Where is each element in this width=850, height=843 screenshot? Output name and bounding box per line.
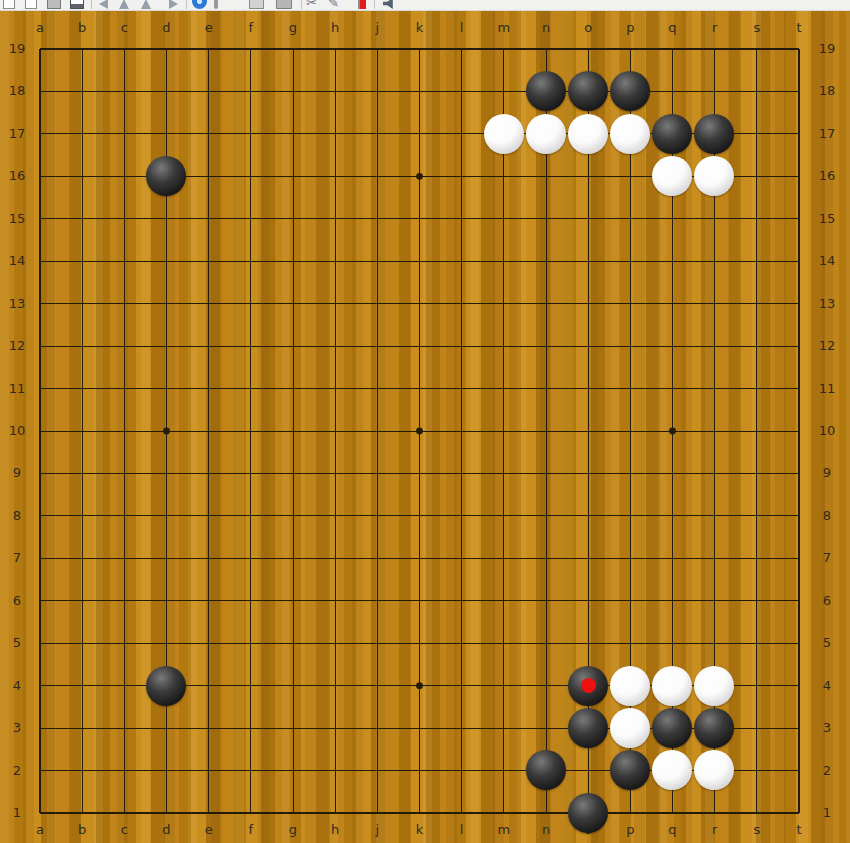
intersection-r5[interactable] [693, 622, 735, 664]
intersection-k6[interactable] [398, 579, 440, 621]
intersection-f11[interactable] [230, 367, 272, 409]
intersection-e11[interactable] [188, 367, 230, 409]
intersection-p9[interactable] [609, 452, 651, 494]
intersection-p7[interactable] [609, 537, 651, 579]
intersection-o7[interactable] [567, 537, 609, 579]
sound-speaker-icon[interactable] [383, 0, 397, 9]
intersection-s3[interactable] [736, 707, 778, 749]
intersection-s10[interactable] [736, 410, 778, 452]
intersection-o16[interactable] [567, 155, 609, 197]
intersection-t16[interactable] [778, 155, 820, 197]
intersection-j2[interactable] [356, 749, 398, 791]
intersection-n18[interactable] [525, 70, 567, 112]
intersection-q6[interactable] [651, 579, 693, 621]
intersection-k16[interactable] [398, 155, 440, 197]
intersection-t4[interactable] [778, 664, 820, 706]
intersection-t11[interactable] [778, 367, 820, 409]
intersection-k9[interactable] [398, 452, 440, 494]
intersection-f8[interactable] [230, 495, 272, 537]
intersection-h14[interactable] [314, 240, 356, 282]
intersection-d10[interactable] [145, 410, 187, 452]
intersection-j15[interactable] [356, 198, 398, 240]
intersection-g3[interactable] [272, 707, 314, 749]
intersection-o11[interactable] [567, 367, 609, 409]
intersection-p6[interactable] [609, 579, 651, 621]
intersection-k18[interactable] [398, 70, 440, 112]
intersection-s1[interactable] [736, 792, 778, 834]
intersection-f6[interactable] [230, 579, 272, 621]
intersection-s9[interactable] [736, 452, 778, 494]
intersection-q13[interactable] [651, 282, 693, 324]
intersection-t10[interactable] [778, 410, 820, 452]
intersection-t2[interactable] [778, 749, 820, 791]
intersection-c15[interactable] [103, 198, 145, 240]
intersection-c7[interactable] [103, 537, 145, 579]
intersection-l3[interactable] [440, 707, 482, 749]
intersection-o8[interactable] [567, 495, 609, 537]
intersection-e13[interactable] [188, 282, 230, 324]
intersection-l8[interactable] [440, 495, 482, 537]
intersection-m18[interactable] [483, 70, 525, 112]
intersection-j4[interactable] [356, 664, 398, 706]
intersection-c12[interactable] [103, 325, 145, 367]
intersection-j18[interactable] [356, 70, 398, 112]
print-icon[interactable] [276, 0, 292, 9]
intersection-d6[interactable] [145, 579, 187, 621]
intersection-f10[interactable] [230, 410, 272, 452]
intersection-e17[interactable] [188, 113, 230, 155]
intersection-d13[interactable] [145, 282, 187, 324]
intersection-e5[interactable] [188, 622, 230, 664]
intersection-n11[interactable] [525, 367, 567, 409]
intersection-n7[interactable] [525, 537, 567, 579]
intersection-d19[interactable] [145, 28, 187, 70]
intersection-g17[interactable] [272, 113, 314, 155]
intersection-m19[interactable] [483, 28, 525, 70]
intersection-r12[interactable] [693, 325, 735, 367]
intersection-g19[interactable] [272, 28, 314, 70]
intersection-q18[interactable] [651, 70, 693, 112]
intersection-o17[interactable] [567, 113, 609, 155]
intersection-d3[interactable] [145, 707, 187, 749]
intersection-j14[interactable] [356, 240, 398, 282]
intersection-r9[interactable] [693, 452, 735, 494]
intersection-p13[interactable] [609, 282, 651, 324]
intersection-n19[interactable] [525, 28, 567, 70]
intersection-h2[interactable] [314, 749, 356, 791]
intersection-m2[interactable] [483, 749, 525, 791]
intersection-n3[interactable] [525, 707, 567, 749]
intersection-m7[interactable] [483, 537, 525, 579]
intersection-t18[interactable] [778, 70, 820, 112]
intersection-q19[interactable] [651, 28, 693, 70]
intersection-f17[interactable] [230, 113, 272, 155]
intersection-j3[interactable] [356, 707, 398, 749]
intersection-g16[interactable] [272, 155, 314, 197]
intersection-d5[interactable] [145, 622, 187, 664]
intersection-d14[interactable] [145, 240, 187, 282]
intersection-n2[interactable] [525, 749, 567, 791]
intersection-j1[interactable] [356, 792, 398, 834]
intersection-a6[interactable] [19, 579, 61, 621]
intersection-m3[interactable] [483, 707, 525, 749]
intersection-l15[interactable] [440, 198, 482, 240]
intersection-t8[interactable] [778, 495, 820, 537]
intersection-t19[interactable] [778, 28, 820, 70]
intersection-t14[interactable] [778, 240, 820, 282]
intersection-k19[interactable] [398, 28, 440, 70]
intersection-c18[interactable] [103, 70, 145, 112]
intersection-g14[interactable] [272, 240, 314, 282]
intersection-c5[interactable] [103, 622, 145, 664]
intersection-s16[interactable] [736, 155, 778, 197]
intersection-h5[interactable] [314, 622, 356, 664]
intersection-c4[interactable] [103, 664, 145, 706]
intersection-c9[interactable] [103, 452, 145, 494]
intersection-a11[interactable] [19, 367, 61, 409]
intersection-g5[interactable] [272, 622, 314, 664]
intersection-m4[interactable] [483, 664, 525, 706]
undo-icon[interactable] [99, 0, 108, 9]
intersection-q1[interactable] [651, 792, 693, 834]
board-panel-icon[interactable] [249, 0, 264, 9]
intersection-c11[interactable] [103, 367, 145, 409]
intersection-k7[interactable] [398, 537, 440, 579]
intersection-m1[interactable] [483, 792, 525, 834]
intersection-g1[interactable] [272, 792, 314, 834]
edit-pencil-icon[interactable]: ✎ [328, 0, 339, 9]
intersection-k12[interactable] [398, 325, 440, 367]
intersection-g7[interactable] [272, 537, 314, 579]
intersection-e6[interactable] [188, 579, 230, 621]
intersection-l6[interactable] [440, 579, 482, 621]
intersection-o10[interactable] [567, 410, 609, 452]
intersection-q14[interactable] [651, 240, 693, 282]
intersection-g18[interactable] [272, 70, 314, 112]
intersection-o6[interactable] [567, 579, 609, 621]
save-icon[interactable] [70, 0, 84, 9]
red-flag-icon[interactable] [358, 0, 366, 9]
intersection-b6[interactable] [61, 579, 103, 621]
intersection-a5[interactable] [19, 622, 61, 664]
intersection-d1[interactable] [145, 792, 187, 834]
intersection-b15[interactable] [61, 198, 103, 240]
intersection-l1[interactable] [440, 792, 482, 834]
intersection-o15[interactable] [567, 198, 609, 240]
intersection-f16[interactable] [230, 155, 272, 197]
intersection-b14[interactable] [61, 240, 103, 282]
intersection-a14[interactable] [19, 240, 61, 282]
intersection-r7[interactable] [693, 537, 735, 579]
intersection-s11[interactable] [736, 367, 778, 409]
intersection-q11[interactable] [651, 367, 693, 409]
intersection-f5[interactable] [230, 622, 272, 664]
intersection-n13[interactable] [525, 282, 567, 324]
intersection-c17[interactable] [103, 113, 145, 155]
intersection-l13[interactable] [440, 282, 482, 324]
intersection-r19[interactable] [693, 28, 735, 70]
new-file-icon[interactable] [3, 0, 15, 9]
intersection-f3[interactable] [230, 707, 272, 749]
intersection-h1[interactable] [314, 792, 356, 834]
intersection-k4[interactable] [398, 664, 440, 706]
intersection-f19[interactable] [230, 28, 272, 70]
intersection-h7[interactable] [314, 537, 356, 579]
intersection-n14[interactable] [525, 240, 567, 282]
intersection-h4[interactable] [314, 664, 356, 706]
intersection-p1[interactable] [609, 792, 651, 834]
intersection-b12[interactable] [61, 325, 103, 367]
intersection-h10[interactable] [314, 410, 356, 452]
intersection-o4[interactable] [567, 664, 609, 706]
intersection-p12[interactable] [609, 325, 651, 367]
intersection-q16[interactable] [651, 155, 693, 197]
intersection-s14[interactable] [736, 240, 778, 282]
intersection-d2[interactable] [145, 749, 187, 791]
intersection-b3[interactable] [61, 707, 103, 749]
intersection-m13[interactable] [483, 282, 525, 324]
intersection-d15[interactable] [145, 198, 187, 240]
intersection-r8[interactable] [693, 495, 735, 537]
intersection-o5[interactable] [567, 622, 609, 664]
intersection-r6[interactable] [693, 579, 735, 621]
intersection-t3[interactable] [778, 707, 820, 749]
intersection-o13[interactable] [567, 282, 609, 324]
intersection-o3[interactable] [567, 707, 609, 749]
intersection-a4[interactable] [19, 664, 61, 706]
intersection-k2[interactable] [398, 749, 440, 791]
intersection-o18[interactable] [567, 70, 609, 112]
intersection-f13[interactable] [230, 282, 272, 324]
intersection-e10[interactable] [188, 410, 230, 452]
intersection-j5[interactable] [356, 622, 398, 664]
intersection-c6[interactable] [103, 579, 145, 621]
intersection-d18[interactable] [145, 70, 187, 112]
intersection-d4[interactable] [145, 664, 187, 706]
intersection-e15[interactable] [188, 198, 230, 240]
intersection-e3[interactable] [188, 707, 230, 749]
intersection-h6[interactable] [314, 579, 356, 621]
back-arrow-icon[interactable] [119, 0, 129, 9]
intersection-j19[interactable] [356, 28, 398, 70]
intersection-a8[interactable] [19, 495, 61, 537]
intersection-p8[interactable] [609, 495, 651, 537]
intersection-k8[interactable] [398, 495, 440, 537]
intersection-o9[interactable] [567, 452, 609, 494]
intersection-a7[interactable] [19, 537, 61, 579]
intersection-q5[interactable] [651, 622, 693, 664]
intersection-e8[interactable] [188, 495, 230, 537]
intersection-e16[interactable] [188, 155, 230, 197]
intersection-q12[interactable] [651, 325, 693, 367]
intersection-o14[interactable] [567, 240, 609, 282]
intersection-f14[interactable] [230, 240, 272, 282]
intersection-a17[interactable] [19, 113, 61, 155]
intersection-r10[interactable] [693, 410, 735, 452]
intersection-g13[interactable] [272, 282, 314, 324]
intersection-r16[interactable] [693, 155, 735, 197]
intersection-n15[interactable] [525, 198, 567, 240]
intersection-k1[interactable] [398, 792, 440, 834]
intersection-m6[interactable] [483, 579, 525, 621]
intersection-c16[interactable] [103, 155, 145, 197]
intersection-b9[interactable] [61, 452, 103, 494]
intersection-s17[interactable] [736, 113, 778, 155]
intersection-p2[interactable] [609, 749, 651, 791]
intersection-d16[interactable] [145, 155, 187, 197]
intersection-e4[interactable] [188, 664, 230, 706]
intersection-g4[interactable] [272, 664, 314, 706]
intersection-d7[interactable] [145, 537, 187, 579]
intersection-b4[interactable] [61, 664, 103, 706]
intersection-m12[interactable] [483, 325, 525, 367]
intersection-c13[interactable] [103, 282, 145, 324]
intersection-h13[interactable] [314, 282, 356, 324]
intersection-m8[interactable] [483, 495, 525, 537]
intersection-a3[interactable] [19, 707, 61, 749]
intersection-c19[interactable] [103, 28, 145, 70]
intersection-r4[interactable] [693, 664, 735, 706]
intersection-a2[interactable] [19, 749, 61, 791]
intersection-n10[interactable] [525, 410, 567, 452]
intersection-f7[interactable] [230, 537, 272, 579]
intersection-n1[interactable] [525, 792, 567, 834]
intersection-s19[interactable] [736, 28, 778, 70]
intersection-r2[interactable] [693, 749, 735, 791]
intersection-s18[interactable] [736, 70, 778, 112]
pin-icon[interactable] [214, 0, 218, 9]
intersection-s2[interactable] [736, 749, 778, 791]
intersection-k14[interactable] [398, 240, 440, 282]
intersection-o2[interactable] [567, 749, 609, 791]
intersection-e19[interactable] [188, 28, 230, 70]
intersection-g12[interactable] [272, 325, 314, 367]
intersection-o1[interactable] [567, 792, 609, 834]
intersection-k11[interactable] [398, 367, 440, 409]
intersection-h3[interactable] [314, 707, 356, 749]
intersection-l4[interactable] [440, 664, 482, 706]
intersection-g11[interactable] [272, 367, 314, 409]
intersection-e2[interactable] [188, 749, 230, 791]
intersection-e1[interactable] [188, 792, 230, 834]
intersection-a15[interactable] [19, 198, 61, 240]
intersection-j10[interactable] [356, 410, 398, 452]
intersection-b19[interactable] [61, 28, 103, 70]
intersection-l5[interactable] [440, 622, 482, 664]
intersection-f12[interactable] [230, 325, 272, 367]
intersection-g15[interactable] [272, 198, 314, 240]
intersection-p18[interactable] [609, 70, 651, 112]
intersection-r17[interactable] [693, 113, 735, 155]
intersection-j6[interactable] [356, 579, 398, 621]
intersection-p14[interactable] [609, 240, 651, 282]
intersection-f18[interactable] [230, 70, 272, 112]
intersection-b2[interactable] [61, 749, 103, 791]
intersection-n4[interactable] [525, 664, 567, 706]
intersection-t15[interactable] [778, 198, 820, 240]
intersection-q15[interactable] [651, 198, 693, 240]
intersection-s6[interactable] [736, 579, 778, 621]
intersection-s7[interactable] [736, 537, 778, 579]
intersection-j17[interactable] [356, 113, 398, 155]
intersection-h9[interactable] [314, 452, 356, 494]
intersection-l10[interactable] [440, 410, 482, 452]
intersection-b7[interactable] [61, 537, 103, 579]
intersection-s4[interactable] [736, 664, 778, 706]
intersection-b17[interactable] [61, 113, 103, 155]
intersection-l12[interactable] [440, 325, 482, 367]
intersection-j12[interactable] [356, 325, 398, 367]
intersection-b11[interactable] [61, 367, 103, 409]
intersection-r14[interactable] [693, 240, 735, 282]
intersection-a10[interactable] [19, 410, 61, 452]
intersection-h19[interactable] [314, 28, 356, 70]
intersection-q3[interactable] [651, 707, 693, 749]
intersection-p16[interactable] [609, 155, 651, 197]
intersection-m11[interactable] [483, 367, 525, 409]
intersection-p11[interactable] [609, 367, 651, 409]
intersection-n16[interactable] [525, 155, 567, 197]
intersection-t12[interactable] [778, 325, 820, 367]
intersection-k10[interactable] [398, 410, 440, 452]
intersection-p5[interactable] [609, 622, 651, 664]
intersection-m9[interactable] [483, 452, 525, 494]
intersection-d17[interactable] [145, 113, 187, 155]
intersection-l19[interactable] [440, 28, 482, 70]
intersection-b10[interactable] [61, 410, 103, 452]
intersection-c14[interactable] [103, 240, 145, 282]
intersection-l2[interactable] [440, 749, 482, 791]
intersection-a9[interactable] [19, 452, 61, 494]
intersection-r11[interactable] [693, 367, 735, 409]
intersection-m16[interactable] [483, 155, 525, 197]
intersection-d11[interactable] [145, 367, 187, 409]
intersection-j8[interactable] [356, 495, 398, 537]
intersection-r15[interactable] [693, 198, 735, 240]
intersection-n17[interactable] [525, 113, 567, 155]
intersection-a18[interactable] [19, 70, 61, 112]
intersection-j16[interactable] [356, 155, 398, 197]
intersection-b8[interactable] [61, 495, 103, 537]
intersection-f1[interactable] [230, 792, 272, 834]
intersection-l14[interactable] [440, 240, 482, 282]
intersection-k13[interactable] [398, 282, 440, 324]
intersection-h15[interactable] [314, 198, 356, 240]
intersection-d9[interactable] [145, 452, 187, 494]
intersection-n12[interactable] [525, 325, 567, 367]
intersection-t17[interactable] [778, 113, 820, 155]
intersection-p3[interactable] [609, 707, 651, 749]
intersection-t7[interactable] [778, 537, 820, 579]
intersection-b16[interactable] [61, 155, 103, 197]
intersection-j13[interactable] [356, 282, 398, 324]
intersection-e9[interactable] [188, 452, 230, 494]
intersection-e18[interactable] [188, 70, 230, 112]
intersection-q4[interactable] [651, 664, 693, 706]
intersection-l9[interactable] [440, 452, 482, 494]
intersection-a12[interactable] [19, 325, 61, 367]
intersection-l11[interactable] [440, 367, 482, 409]
intersection-c10[interactable] [103, 410, 145, 452]
intersection-t13[interactable] [778, 282, 820, 324]
intersection-g2[interactable] [272, 749, 314, 791]
intersection-d8[interactable] [145, 495, 187, 537]
intersection-b13[interactable] [61, 282, 103, 324]
intersection-e12[interactable] [188, 325, 230, 367]
intersection-s8[interactable] [736, 495, 778, 537]
intersection-q10[interactable] [651, 410, 693, 452]
intersection-t6[interactable] [778, 579, 820, 621]
